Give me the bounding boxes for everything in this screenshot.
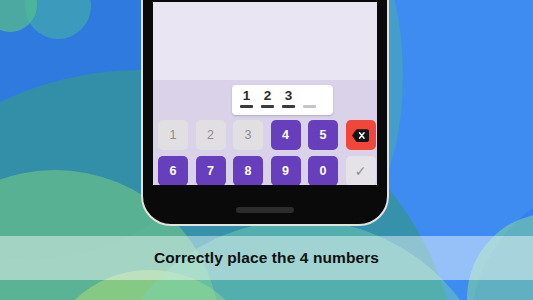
key-0[interactable]: 0 — [308, 156, 338, 185]
key-4[interactable]: 4 — [271, 120, 301, 150]
entry-digit: 3 — [281, 88, 296, 104]
key-3[interactable]: 3 — [233, 120, 263, 150]
entry-slot-1: 1 — [239, 88, 254, 108]
phone-frame: 1 2 3 1 2 3 4 — [141, 0, 389, 226]
caption-text: Correctly place the 4 numbers — [154, 249, 379, 267]
key-8[interactable]: 8 — [233, 156, 263, 185]
entry-slot-2: 2 — [260, 88, 275, 108]
key-6[interactable]: 6 — [158, 156, 188, 185]
entry-underline — [303, 105, 316, 108]
entry-slot-4 — [302, 88, 317, 108]
entry-digit: 2 — [260, 88, 275, 104]
key-2[interactable]: 2 — [196, 120, 226, 150]
home-indicator-bar[interactable] — [236, 207, 294, 213]
code-entry-box: 1 2 3 — [232, 85, 333, 115]
key-9[interactable]: 9 — [271, 156, 301, 185]
phone-screen: 1 2 3 1 2 3 4 — [153, 2, 377, 185]
number-keypad: 1 2 3 4 5 6 7 8 9 0 — [158, 120, 376, 185]
caption-band: Correctly place the 4 numbers — [0, 236, 533, 280]
backspace-icon — [352, 129, 369, 142]
entry-underline — [282, 105, 295, 108]
entry-digit — [302, 88, 317, 104]
key-backspace[interactable] — [346, 120, 376, 150]
key-confirm[interactable]: ✓ — [346, 156, 376, 185]
check-icon: ✓ — [355, 163, 367, 179]
key-7[interactable]: 7 — [196, 156, 226, 185]
key-5[interactable]: 5 — [308, 120, 338, 150]
entry-underline — [261, 105, 274, 108]
entry-slot-3: 3 — [281, 88, 296, 108]
wallpaper-background: Correctly place the 4 numbers 1 2 3 — [0, 0, 533, 300]
entry-digit: 1 — [239, 88, 254, 104]
key-1[interactable]: 1 — [158, 120, 188, 150]
entry-underline — [240, 105, 253, 108]
